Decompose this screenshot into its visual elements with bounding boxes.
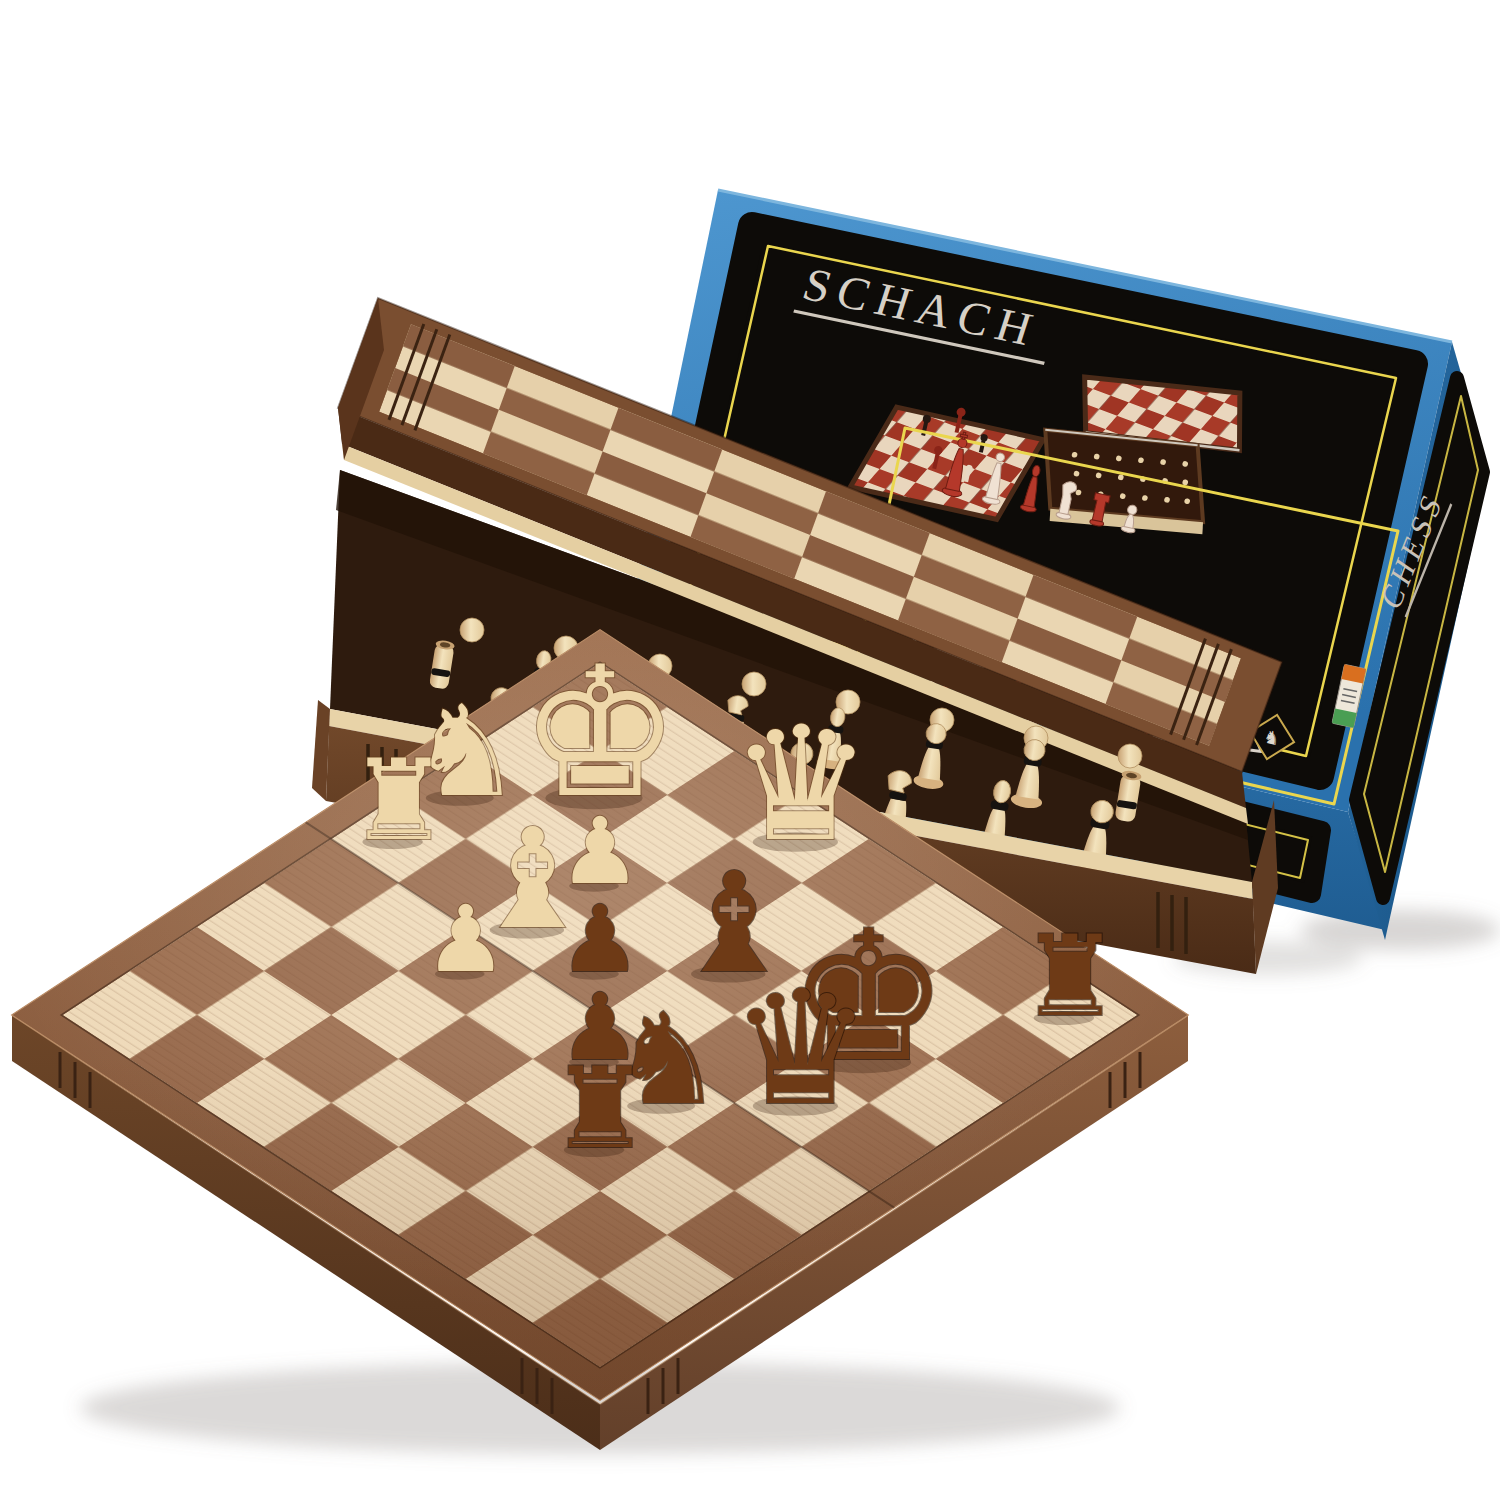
chess-piece-dark-rook-h1: ♜ (1020, 911, 1120, 1041)
scene: SCHACH (0, 0, 1500, 1500)
chess-piece-white-pawn-c5: ♟ (425, 886, 507, 993)
chess-piece-dark-rook-f6: ♜ (550, 1043, 650, 1173)
chess-piece-white-rook-a4: ♜ (348, 735, 448, 865)
product-photo: SCHACH (0, 0, 1500, 1500)
chess-piece-dark-queen-g4: ♛ (731, 956, 873, 1140)
